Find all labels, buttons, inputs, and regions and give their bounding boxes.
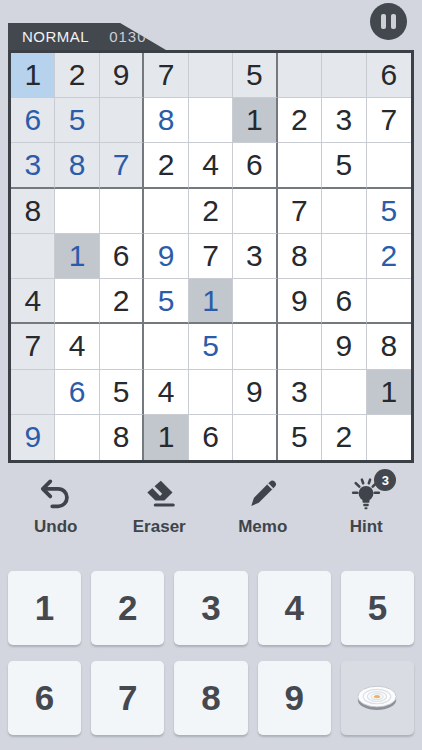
pause-icon — [391, 14, 396, 29]
cell-r5c4[interactable]: 9 — [144, 234, 188, 279]
cell-r4c4[interactable] — [144, 189, 188, 234]
cell-r8c1[interactable] — [11, 370, 55, 415]
cell-r6c2[interactable] — [55, 279, 99, 324]
cell-r8c8[interactable] — [322, 370, 366, 415]
cell-r6c6[interactable] — [233, 279, 277, 324]
numpad-key-2[interactable]: 2 — [91, 571, 164, 645]
undo-button[interactable]: Undo — [13, 476, 99, 537]
cell-r5c5[interactable]: 7 — [189, 234, 233, 279]
hint-button[interactable]: 3 Hint — [323, 476, 409, 537]
memo-label: Memo — [238, 517, 287, 537]
cell-r9c9[interactable] — [367, 415, 411, 460]
hint-count-badge: 3 — [374, 469, 396, 491]
memo-button[interactable]: Memo — [220, 476, 306, 537]
eraser-label: Eraser — [133, 517, 186, 537]
cell-r5c6[interactable]: 3 — [233, 234, 277, 279]
disc-button[interactable] — [341, 661, 414, 735]
numpad-key-6[interactable]: 6 — [8, 661, 81, 735]
cell-r7c3[interactable] — [100, 324, 144, 369]
cell-r8c2[interactable]: 6 — [55, 370, 99, 415]
cell-r1c6[interactable]: 5 — [233, 53, 277, 98]
cell-r7c7[interactable] — [278, 324, 322, 369]
toolbar: Undo Eraser Memo — [0, 476, 422, 556]
cell-r2c6[interactable]: 1 — [233, 98, 277, 143]
disc-icon — [353, 682, 401, 714]
cell-r1c7[interactable] — [278, 53, 322, 98]
eraser-button[interactable]: Eraser — [116, 476, 202, 537]
header: NORMAL 0130 — [0, 0, 422, 50]
cell-r6c1[interactable]: 4 — [11, 279, 55, 324]
cell-r4c7[interactable]: 7 — [278, 189, 322, 234]
cell-r2c3[interactable] — [100, 98, 144, 143]
cell-r2c4[interactable]: 8 — [144, 98, 188, 143]
cell-r5c7[interactable]: 8 — [278, 234, 322, 279]
undo-label: Undo — [34, 517, 77, 537]
cell-r7c2[interactable]: 4 — [55, 324, 99, 369]
cell-r3c5[interactable]: 4 — [189, 143, 233, 188]
cell-r3c4[interactable]: 2 — [144, 143, 188, 188]
cell-r9c8[interactable]: 2 — [322, 415, 366, 460]
cell-r7c8[interactable]: 9 — [322, 324, 366, 369]
cell-r6c5[interactable]: 1 — [189, 279, 233, 324]
mode-tab: NORMAL 0130 — [8, 23, 166, 50]
cell-r3c7[interactable] — [278, 143, 322, 188]
cell-r4c2[interactable] — [55, 189, 99, 234]
cell-r9c1[interactable]: 9 — [11, 415, 55, 460]
cell-r4c8[interactable] — [322, 189, 366, 234]
cell-r1c5[interactable] — [189, 53, 233, 98]
cell-r6c8[interactable]: 6 — [322, 279, 366, 324]
numpad-key-8[interactable]: 8 — [174, 661, 247, 735]
cell-r2c7[interactable]: 2 — [278, 98, 322, 143]
timer-value: 0130 — [109, 28, 146, 45]
cell-r8c5[interactable] — [189, 370, 233, 415]
cell-r6c9[interactable] — [367, 279, 411, 324]
memo-icon — [245, 476, 281, 512]
numpad-key-7[interactable]: 7 — [91, 661, 164, 735]
cell-r7c9[interactable]: 8 — [367, 324, 411, 369]
cell-r5c1[interactable] — [11, 234, 55, 279]
cell-r1c8[interactable] — [322, 53, 366, 98]
cell-r9c7[interactable]: 5 — [278, 415, 322, 460]
undo-icon — [38, 476, 74, 512]
cell-r3c8[interactable]: 5 — [322, 143, 366, 188]
cell-r9c6[interactable] — [233, 415, 277, 460]
cell-r3c3[interactable]: 7 — [100, 143, 144, 188]
cell-r2c2[interactable]: 5 — [55, 98, 99, 143]
cell-r5c2[interactable]: 1 — [55, 234, 99, 279]
cell-r2c1[interactable]: 6 — [11, 98, 55, 143]
cell-r6c3[interactable]: 2 — [100, 279, 144, 324]
eraser-icon — [141, 476, 177, 512]
cell-r2c5[interactable] — [189, 98, 233, 143]
cell-r6c4[interactable]: 5 — [144, 279, 188, 324]
numpad-key-5[interactable]: 5 — [341, 571, 414, 645]
numpad-key-3[interactable]: 3 — [174, 571, 247, 645]
cell-r8c9[interactable]: 1 — [367, 370, 411, 415]
cell-r9c4[interactable]: 1 — [144, 415, 188, 460]
cell-r7c1[interactable]: 7 — [11, 324, 55, 369]
cell-r7c5[interactable]: 5 — [189, 324, 233, 369]
cell-r3c2[interactable]: 8 — [55, 143, 99, 188]
cell-r7c4[interactable] — [144, 324, 188, 369]
numpad-key-4[interactable]: 4 — [258, 571, 331, 645]
sudoku-board: 1297566581237387246582751697382425196745… — [8, 50, 414, 463]
cell-r4c6[interactable] — [233, 189, 277, 234]
numpad-key-9[interactable]: 9 — [258, 661, 331, 735]
cell-r1c3[interactable]: 9 — [100, 53, 144, 98]
cell-r1c2[interactable]: 2 — [55, 53, 99, 98]
pause-icon — [381, 14, 386, 29]
cell-r5c3[interactable]: 6 — [100, 234, 144, 279]
cell-r8c7[interactable]: 3 — [278, 370, 322, 415]
cell-r4c1[interactable]: 8 — [11, 189, 55, 234]
cell-r3c9[interactable] — [367, 143, 411, 188]
numpad-key-1[interactable]: 1 — [8, 571, 81, 645]
difficulty-label: NORMAL — [22, 28, 89, 45]
cell-r1c9[interactable]: 6 — [367, 53, 411, 98]
cell-r8c4[interactable]: 4 — [144, 370, 188, 415]
cell-r9c2[interactable] — [55, 415, 99, 460]
numpad: 123456789 — [8, 571, 414, 735]
cell-r3c6[interactable]: 6 — [233, 143, 277, 188]
cell-r8c6[interactable]: 9 — [233, 370, 277, 415]
cell-r3c1[interactable]: 3 — [11, 143, 55, 188]
cell-r5c9[interactable]: 2 — [367, 234, 411, 279]
cell-r9c5[interactable]: 6 — [189, 415, 233, 460]
pause-button[interactable] — [370, 3, 407, 40]
hint-label: Hint — [350, 517, 383, 537]
cell-r1c1[interactable]: 1 — [11, 53, 55, 98]
cell-r7c6[interactable] — [233, 324, 277, 369]
cell-r2c9[interactable]: 7 — [367, 98, 411, 143]
cell-r9c3[interactable]: 8 — [100, 415, 144, 460]
screen: NORMAL 0130 1297566581237387246582751697… — [0, 0, 422, 750]
cell-r5c8[interactable] — [322, 234, 366, 279]
cell-r6c7[interactable]: 9 — [278, 279, 322, 324]
cell-r4c5[interactable]: 2 — [189, 189, 233, 234]
cell-r2c8[interactable]: 3 — [322, 98, 366, 143]
cell-r8c3[interactable]: 5 — [100, 370, 144, 415]
cell-r4c3[interactable] — [100, 189, 144, 234]
cell-r1c4[interactable]: 7 — [144, 53, 188, 98]
cell-r4c9[interactable]: 5 — [367, 189, 411, 234]
